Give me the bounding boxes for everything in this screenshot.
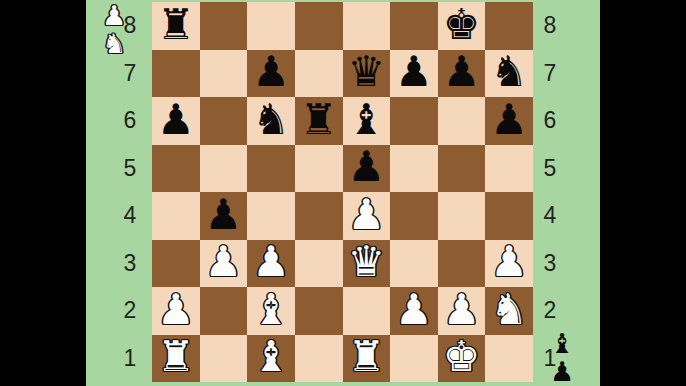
- rank-label-left-8: 8: [116, 2, 144, 50]
- video-frame: ♟♞ 87654321 ♜♚♟♛♟♟♞♟♞♜♝♟♟♟♟♟♟♛♟♟♝♟♟♞♜♝♜♚…: [0, 0, 686, 386]
- square-g4[interactable]: [438, 192, 486, 240]
- white-pawn-g2[interactable]: ♟: [443, 289, 481, 331]
- black-pawn-g7[interactable]: ♟: [443, 51, 481, 93]
- square-h5[interactable]: [485, 145, 533, 193]
- rank-labels-left: 87654321: [116, 2, 144, 382]
- square-e5[interactable]: ♟: [343, 145, 391, 193]
- black-pawn-a6[interactable]: ♟: [157, 99, 195, 141]
- black-pawn-e5[interactable]: ♟: [347, 146, 385, 188]
- square-h6[interactable]: ♟: [485, 97, 533, 145]
- rank-label-right-5: 5: [536, 145, 564, 193]
- white-pawn-e4[interactable]: ♟: [347, 194, 385, 236]
- white-pawn-h3[interactable]: ♟: [490, 241, 528, 283]
- square-h4[interactable]: [485, 192, 533, 240]
- square-b6[interactable]: [200, 97, 248, 145]
- rank-label-left-7: 7: [116, 50, 144, 98]
- white-knight-h2[interactable]: ♞: [490, 289, 528, 331]
- square-e4[interactable]: ♟: [343, 192, 391, 240]
- white-pawn-c3[interactable]: ♟: [252, 241, 290, 283]
- square-d4[interactable]: [295, 192, 343, 240]
- white-bishop-c2[interactable]: ♝: [252, 289, 290, 331]
- square-f5[interactable]: [390, 145, 438, 193]
- captured-black-pieces-tray: ♝♟: [550, 330, 574, 385]
- white-king-g1[interactable]: ♚: [443, 336, 481, 378]
- square-c2[interactable]: ♝: [247, 287, 295, 335]
- black-pawn-b4[interactable]: ♟: [205, 194, 243, 236]
- square-a4[interactable]: [152, 192, 200, 240]
- rank-label-left-3: 3: [116, 240, 144, 288]
- square-d1[interactable]: [295, 335, 343, 383]
- chess-board[interactable]: ♜♚♟♛♟♟♞♟♞♜♝♟♟♟♟♟♟♛♟♟♝♟♟♞♜♝♜♚: [152, 2, 533, 382]
- square-d5[interactable]: [295, 145, 343, 193]
- square-e7[interactable]: ♛: [343, 50, 391, 98]
- square-c4[interactable]: [247, 192, 295, 240]
- white-pawn-a2[interactable]: ♟: [157, 289, 195, 331]
- square-d2[interactable]: [295, 287, 343, 335]
- square-a5[interactable]: [152, 145, 200, 193]
- rank-label-right-4: 4: [536, 192, 564, 240]
- square-f3[interactable]: [390, 240, 438, 288]
- white-pawn-f2[interactable]: ♟: [395, 289, 433, 331]
- square-d8[interactable]: [295, 2, 343, 50]
- square-e6[interactable]: ♝: [343, 97, 391, 145]
- square-g2[interactable]: ♟: [438, 287, 486, 335]
- square-c1[interactable]: ♝: [247, 335, 295, 383]
- square-d6[interactable]: ♜: [295, 97, 343, 145]
- square-f6[interactable]: [390, 97, 438, 145]
- square-g3[interactable]: [438, 240, 486, 288]
- rank-label-right-8: 8: [536, 2, 564, 50]
- board-panel: ♟♞ 87654321 ♜♚♟♛♟♟♞♟♞♜♝♟♟♟♟♟♟♛♟♟♝♟♟♞♜♝♜♚…: [86, 0, 600, 386]
- square-a8[interactable]: ♜: [152, 2, 200, 50]
- square-e3[interactable]: ♛: [343, 240, 391, 288]
- letterbox-left: [0, 0, 86, 386]
- square-b1[interactable]: [200, 335, 248, 383]
- square-b4[interactable]: ♟: [200, 192, 248, 240]
- square-f1[interactable]: [390, 335, 438, 383]
- square-b2[interactable]: [200, 287, 248, 335]
- square-h3[interactable]: ♟: [485, 240, 533, 288]
- square-e1[interactable]: ♜: [343, 335, 391, 383]
- black-pawn-f7[interactable]: ♟: [395, 51, 433, 93]
- black-bishop-captured: ♝: [550, 330, 574, 357]
- black-pawn-h6[interactable]: ♟: [490, 99, 528, 141]
- square-a2[interactable]: ♟: [152, 287, 200, 335]
- rank-label-right-6: 6: [536, 97, 564, 145]
- square-f4[interactable]: [390, 192, 438, 240]
- white-bishop-c1[interactable]: ♝: [252, 336, 290, 378]
- square-e2[interactable]: [343, 287, 391, 335]
- black-rook-d6[interactable]: ♜: [300, 99, 338, 141]
- square-b5[interactable]: [200, 145, 248, 193]
- black-knight-c6[interactable]: ♞: [252, 99, 290, 141]
- rank-label-left-6: 6: [116, 97, 144, 145]
- white-rook-e1[interactable]: ♜: [347, 336, 385, 378]
- square-c6[interactable]: ♞: [247, 97, 295, 145]
- square-f7[interactable]: ♟: [390, 50, 438, 98]
- square-g1[interactable]: ♚: [438, 335, 486, 383]
- black-pawn-captured: ♟: [550, 358, 574, 385]
- square-c8[interactable]: [247, 2, 295, 50]
- square-f2[interactable]: ♟: [390, 287, 438, 335]
- rank-label-right-7: 7: [536, 50, 564, 98]
- square-d7[interactable]: [295, 50, 343, 98]
- square-b8[interactable]: [200, 2, 248, 50]
- square-a7[interactable]: [152, 50, 200, 98]
- square-a1[interactable]: ♜: [152, 335, 200, 383]
- square-g7[interactable]: ♟: [438, 50, 486, 98]
- square-a6[interactable]: ♟: [152, 97, 200, 145]
- rank-labels-right: 87654321: [536, 2, 564, 382]
- black-pawn-c7[interactable]: ♟: [252, 51, 290, 93]
- square-d3[interactable]: [295, 240, 343, 288]
- square-e8[interactable]: [343, 2, 391, 50]
- rank-label-left-2: 2: [116, 287, 144, 335]
- letterbox-right: [600, 0, 686, 386]
- square-f8[interactable]: [390, 2, 438, 50]
- square-h2[interactable]: ♞: [485, 287, 533, 335]
- rank-label-left-4: 4: [116, 192, 144, 240]
- black-knight-h7[interactable]: ♞: [490, 51, 528, 93]
- square-c5[interactable]: [247, 145, 295, 193]
- rank-label-left-1: 1: [116, 335, 144, 383]
- square-b7[interactable]: [200, 50, 248, 98]
- white-queen-e3[interactable]: ♛: [347, 241, 385, 283]
- white-pawn-b3[interactable]: ♟: [205, 241, 243, 283]
- square-h7[interactable]: ♞: [485, 50, 533, 98]
- square-g5[interactable]: [438, 145, 486, 193]
- square-h1[interactable]: [485, 335, 533, 383]
- square-a3[interactable]: [152, 240, 200, 288]
- square-b3[interactable]: ♟: [200, 240, 248, 288]
- square-c7[interactable]: ♟: [247, 50, 295, 98]
- rank-label-left-5: 5: [116, 145, 144, 193]
- square-c3[interactable]: ♟: [247, 240, 295, 288]
- black-rook-a8[interactable]: ♜: [157, 4, 195, 46]
- white-rook-a1[interactable]: ♜: [157, 336, 195, 378]
- square-g8[interactable]: ♚: [438, 2, 486, 50]
- square-h8[interactable]: [485, 2, 533, 50]
- rank-label-right-3: 3: [536, 240, 564, 288]
- black-queen-e7[interactable]: ♛: [347, 51, 385, 93]
- black-bishop-e6[interactable]: ♝: [347, 99, 385, 141]
- square-g6[interactable]: [438, 97, 486, 145]
- black-king-g8[interactable]: ♚: [443, 4, 481, 46]
